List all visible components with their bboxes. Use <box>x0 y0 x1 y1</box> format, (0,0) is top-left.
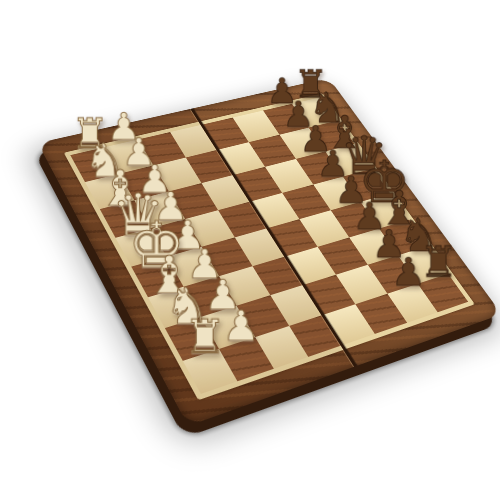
product-photo: ♜♞♝♛♚♝♞♜♟♟♟♟♟♟♟♟♟♟♟♟♟♟♟♟♜♞♝♛♚♝♞♜ <box>0 0 500 500</box>
chess-board: ♜♞♝♛♚♝♞♜♟♟♟♟♟♟♟♟♟♟♟♟♟♟♟♟♜♞♝♛♚♝♞♜ <box>47 7 488 448</box>
piece-white-rook-h1: ♜ <box>179 304 231 371</box>
board-3d: ♜♞♝♛♚♝♞♜♟♟♟♟♟♟♟♟♟♟♟♟♟♟♟♟♜♞♝♛♚♝♞♜ <box>38 78 500 426</box>
piece-black-pawn-h7: ♟ <box>385 242 432 303</box>
